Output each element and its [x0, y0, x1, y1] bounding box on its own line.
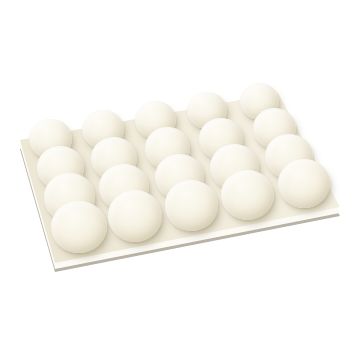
bumper-dome-r4c3: [165, 180, 219, 231]
bumper-dome-r4c1: [51, 201, 107, 253]
product-photo: [0, 0, 356, 356]
bumper-grid: [0, 0, 356, 356]
bumper-dome-r4c5: [278, 159, 330, 208]
bumper-dome-r4c4: [221, 170, 274, 220]
bumper-dome-r4c2: [108, 190, 163, 241]
